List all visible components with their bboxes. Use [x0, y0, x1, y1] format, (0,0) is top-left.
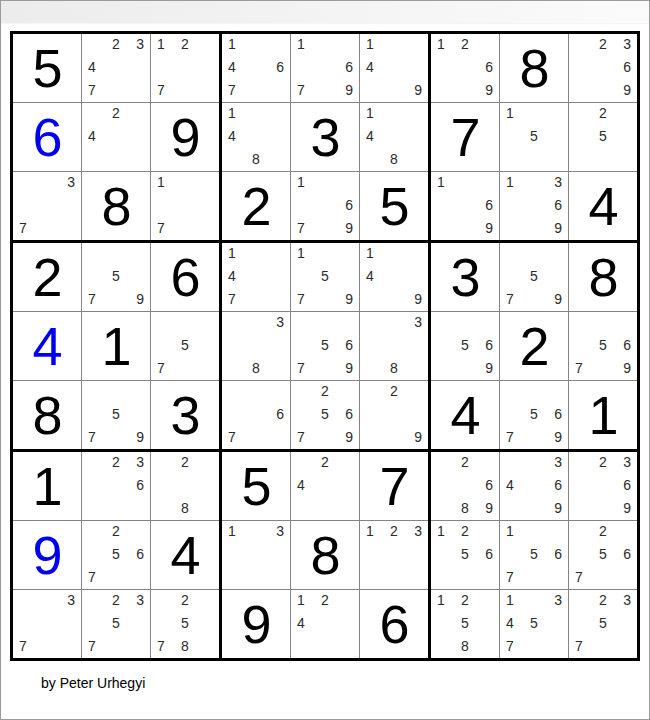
candidate-3: 3 [67, 593, 75, 607]
cell-candidates: 1258 [437, 593, 493, 653]
candidate-7: 7 [228, 83, 236, 97]
candidate-9: 9 [485, 361, 493, 375]
cell-r5c5[interactable]: 5679 [291, 312, 359, 380]
cell-r4c3[interactable]: 6 [151, 243, 219, 311]
candidate-7: 7 [157, 83, 165, 97]
cell-candidates: 148 [366, 106, 422, 166]
candidate-4: 4 [228, 129, 236, 143]
candidate-4: 4 [88, 129, 96, 143]
candidate-9: 9 [554, 430, 562, 444]
candidate-5: 5 [112, 269, 120, 283]
cell-candidates: 2567 [88, 524, 144, 584]
candidate-8: 8 [461, 639, 469, 653]
candidate-6: 6 [623, 338, 631, 352]
cell-r1c8[interactable]: 8 [500, 34, 568, 102]
candidate-8: 8 [252, 361, 260, 375]
cell-r9c5[interactable]: 124 [291, 590, 359, 658]
candidate-9: 9 [345, 292, 353, 306]
cell-r3c1[interactable]: 37 [13, 172, 81, 240]
cell-r2c1[interactable]: 6 [13, 103, 81, 171]
cell-r2c3[interactable]: 9 [151, 103, 219, 171]
cell-r1c4[interactable]: 1467 [222, 34, 290, 102]
candidate-9: 9 [345, 83, 353, 97]
cell-r3c4[interactable]: 2 [222, 172, 290, 240]
cell-candidates: 13 [228, 524, 284, 584]
cell-r1c9[interactable]: 2369 [569, 34, 637, 102]
candidate-2: 2 [599, 37, 607, 51]
cell-value-given: 9 [241, 597, 270, 651]
candidate-2: 2 [461, 455, 469, 469]
candidate-2: 2 [390, 384, 398, 398]
candidate-5: 5 [112, 547, 120, 561]
cell-value-given: 5 [379, 179, 408, 233]
candidate-5: 5 [461, 616, 469, 630]
candidate-3: 3 [136, 455, 144, 469]
candidate-1: 1 [437, 524, 445, 538]
candidate-9: 9 [345, 361, 353, 375]
candidate-9: 9 [136, 292, 144, 306]
cell-r2c7[interactable]: 7 [431, 103, 499, 171]
candidate-1: 1 [297, 175, 305, 189]
candidate-1: 1 [506, 175, 514, 189]
candidate-3: 3 [136, 37, 144, 51]
cell-candidates: 17 [157, 175, 213, 235]
cell-value-given: 1 [588, 388, 617, 442]
cell-value-given: 6 [170, 250, 199, 304]
candidate-9: 9 [623, 501, 631, 515]
cell-r1c1[interactable]: 5 [13, 34, 81, 102]
candidate-7: 7 [575, 570, 583, 584]
candidate-5: 5 [530, 129, 538, 143]
cell-r8c1[interactable]: 9 [13, 521, 81, 589]
candidate-5: 5 [321, 338, 329, 352]
cell-candidates: 147 [228, 246, 284, 306]
candidate-3: 3 [554, 455, 562, 469]
cell-candidates: 124 [297, 593, 353, 653]
cell-r3c8[interactable]: 1369 [500, 172, 568, 240]
candidate-1: 1 [157, 37, 165, 51]
candidate-8: 8 [181, 501, 189, 515]
cell-candidates: 579 [88, 384, 144, 444]
candidate-5: 5 [112, 616, 120, 630]
candidate-6: 6 [485, 547, 493, 561]
cell-r9c1[interactable]: 37 [13, 590, 81, 658]
cell-r5c9[interactable]: 5679 [569, 312, 637, 380]
cell-candidates: 1369 [506, 175, 562, 235]
sudoku-board: 5234712762493781714671679149148314821679… [10, 31, 640, 661]
cell-candidates: 149 [366, 246, 422, 306]
candidate-4: 4 [506, 478, 514, 492]
candidate-7: 7 [506, 430, 514, 444]
cell-r6c5[interactable]: 25679 [291, 381, 359, 449]
box-6: 3579856925679456791 [431, 243, 637, 449]
candidate-5: 5 [321, 269, 329, 283]
candidate-1: 1 [228, 106, 236, 120]
candidate-3: 3 [67, 175, 75, 189]
candidate-9: 9 [414, 430, 422, 444]
cell-r8c8[interactable]: 1567 [500, 521, 568, 589]
candidate-6: 6 [554, 198, 562, 212]
candidate-5: 5 [321, 407, 329, 421]
box-2: 146716791491483148216795 [222, 34, 428, 240]
candidate-9: 9 [136, 430, 144, 444]
candidate-6: 6 [345, 338, 353, 352]
cell-r2c9[interactable]: 25 [569, 103, 637, 171]
candidate-8: 8 [390, 361, 398, 375]
candidate-7: 7 [228, 430, 236, 444]
candidate-7: 7 [157, 221, 165, 235]
cell-r9c8[interactable]: 13457 [500, 590, 568, 658]
candidate-7: 7 [297, 83, 305, 97]
cell-r4c6[interactable]: 149 [360, 243, 428, 311]
candidate-7: 7 [297, 361, 305, 375]
cell-r8c2[interactable]: 2567 [82, 521, 150, 589]
cell-r9c6[interactable]: 6 [360, 590, 428, 658]
candidate-7: 7 [88, 83, 96, 97]
cell-r5c4[interactable]: 38 [222, 312, 290, 380]
candidate-6: 6 [276, 60, 284, 74]
candidate-2: 2 [599, 106, 607, 120]
cell-r4c5[interactable]: 1579 [291, 243, 359, 311]
candidate-5: 5 [599, 338, 607, 352]
candidate-1: 1 [297, 246, 305, 260]
candidate-1: 1 [297, 593, 305, 607]
cell-r8c5[interactable]: 8 [291, 521, 359, 589]
cell-r9c3[interactable]: 2578 [151, 590, 219, 658]
cell-r2c4[interactable]: 148 [222, 103, 290, 171]
cell-r9c7[interactable]: 1258 [431, 590, 499, 658]
cell-r3c2[interactable]: 8 [82, 172, 150, 240]
cell-candidates: 123 [366, 524, 422, 584]
cell-candidates: 148 [228, 106, 284, 166]
candidate-8: 8 [390, 152, 398, 166]
cell-r7c7[interactable]: 2689 [431, 452, 499, 520]
cell-r1c6[interactable]: 149 [360, 34, 428, 102]
candidate-5: 5 [530, 407, 538, 421]
cell-r8c7[interactable]: 1256 [431, 521, 499, 589]
candidate-7: 7 [575, 639, 583, 653]
cell-r3c6[interactable]: 5 [360, 172, 428, 240]
cell-r7c4[interactable]: 5 [222, 452, 290, 520]
candidate-7: 7 [88, 430, 96, 444]
cell-candidates: 569 [437, 315, 493, 375]
cell-r8c4[interactable]: 13 [222, 521, 290, 589]
candidate-1: 1 [366, 246, 374, 260]
cell-value-given: 2 [32, 250, 61, 304]
cell-r9c2[interactable]: 2357 [82, 590, 150, 658]
cell-r2c6[interactable]: 148 [360, 103, 428, 171]
candidate-1: 1 [506, 106, 514, 120]
candidate-6: 6 [623, 60, 631, 74]
candidate-4: 4 [228, 60, 236, 74]
candidate-6: 6 [136, 547, 144, 561]
candidate-3: 3 [623, 37, 631, 51]
cell-value-given: 3 [450, 250, 479, 304]
candidate-6: 6 [485, 478, 493, 492]
candidate-7: 7 [88, 570, 96, 584]
candidate-2: 2 [599, 593, 607, 607]
cell-r7c1[interactable]: 1 [13, 452, 81, 520]
candidate-5: 5 [461, 547, 469, 561]
cell-candidates: 25679 [297, 384, 353, 444]
candidate-7: 7 [157, 639, 165, 653]
candidate-9: 9 [623, 361, 631, 375]
cell-r2c5[interactable]: 3 [291, 103, 359, 171]
cell-value-given: 9 [170, 110, 199, 164]
cell-r1c7[interactable]: 1269 [431, 34, 499, 102]
cell-candidates: 579 [506, 246, 562, 306]
candidate-2: 2 [461, 593, 469, 607]
candidate-3: 3 [276, 315, 284, 329]
cell-candidates: 5679 [297, 315, 353, 375]
cell-r4c7[interactable]: 3 [431, 243, 499, 311]
cell-candidates: 57 [157, 315, 213, 375]
candidate-9: 9 [414, 83, 422, 97]
cell-r4c1[interactable]: 2 [13, 243, 81, 311]
candidate-6: 6 [345, 60, 353, 74]
cell-r5c3[interactable]: 57 [151, 312, 219, 380]
cell-candidates: 15 [506, 106, 562, 166]
cell-candidates: 5679 [506, 384, 562, 444]
candidate-7: 7 [575, 361, 583, 375]
candidate-1: 1 [366, 524, 374, 538]
cell-value-given: 4 [170, 528, 199, 582]
candidate-6: 6 [485, 338, 493, 352]
cell-candidates: 67 [228, 384, 284, 444]
cell-candidates: 579 [88, 246, 144, 306]
candidate-5: 5 [181, 616, 189, 630]
cell-value-given: 6 [379, 597, 408, 651]
candidate-7: 7 [19, 221, 27, 235]
cell-value-entered: 6 [32, 110, 61, 164]
candidate-5: 5 [530, 616, 538, 630]
candidate-6: 6 [554, 547, 562, 561]
cell-r4c8[interactable]: 579 [500, 243, 568, 311]
cell-r5c7[interactable]: 569 [431, 312, 499, 380]
cell-value-given: 8 [32, 388, 61, 442]
candidate-5: 5 [461, 338, 469, 352]
cell-candidates: 5679 [575, 315, 631, 375]
cell-candidates: 25 [575, 106, 631, 166]
candidate-8: 8 [461, 501, 469, 515]
candidate-2: 2 [112, 524, 120, 538]
cell-r6c9[interactable]: 1 [569, 381, 637, 449]
candidate-9: 9 [554, 292, 562, 306]
candidate-9: 9 [554, 221, 562, 235]
cell-r8c6[interactable]: 123 [360, 521, 428, 589]
cell-r3c5[interactable]: 1679 [291, 172, 359, 240]
cell-r3c3[interactable]: 17 [151, 172, 219, 240]
cell-candidates: 149 [366, 37, 422, 97]
cell-r8c3[interactable]: 4 [151, 521, 219, 589]
cell-r2c2[interactable]: 24 [82, 103, 150, 171]
cell-candidates: 24 [297, 455, 353, 515]
box-7: 1236289256743723572578 [13, 452, 219, 658]
candidate-4: 4 [88, 60, 96, 74]
candidate-3: 3 [136, 593, 144, 607]
cell-candidates: 127 [157, 37, 213, 97]
cell-candidates: 24 [88, 106, 144, 166]
candidate-2: 2 [181, 37, 189, 51]
candidate-6: 6 [554, 407, 562, 421]
cell-r2c8[interactable]: 15 [500, 103, 568, 171]
cell-r4c9[interactable]: 8 [569, 243, 637, 311]
cell-candidates: 2347 [88, 37, 144, 97]
candidate-1: 1 [228, 246, 236, 260]
cell-r6c6[interactable]: 29 [360, 381, 428, 449]
candidate-4: 4 [297, 616, 305, 630]
candidate-4: 4 [366, 269, 374, 283]
cell-r7c9[interactable]: 2369 [569, 452, 637, 520]
box-4: 25796415785793 [13, 243, 219, 449]
candidate-3: 3 [623, 455, 631, 469]
cell-candidates: 37 [19, 175, 75, 235]
candidate-2: 2 [599, 524, 607, 538]
cell-candidates: 13457 [506, 593, 562, 653]
candidate-6: 6 [276, 407, 284, 421]
candidate-1: 1 [366, 37, 374, 51]
candidate-1: 1 [228, 37, 236, 51]
cell-value-given: 5 [32, 41, 61, 95]
cell-candidates: 2357 [88, 593, 144, 653]
cell-r1c3[interactable]: 127 [151, 34, 219, 102]
candidate-4: 4 [506, 616, 514, 630]
cell-candidates: 2357 [575, 593, 631, 653]
candidate-2: 2 [599, 455, 607, 469]
candidate-6: 6 [554, 478, 562, 492]
cell-candidates: 38 [366, 315, 422, 375]
cell-candidates: 1467 [228, 37, 284, 97]
candidate-6: 6 [485, 198, 493, 212]
cell-value-given: 7 [450, 110, 479, 164]
candidate-1: 1 [228, 524, 236, 538]
cell-candidates: 1679 [297, 37, 353, 97]
cell-r6c4[interactable]: 67 [222, 381, 290, 449]
candidate-5: 5 [599, 547, 607, 561]
cell-candidates: 169 [437, 175, 493, 235]
cell-candidates: 2369 [575, 455, 631, 515]
cell-r1c5[interactable]: 1679 [291, 34, 359, 102]
candidate-7: 7 [88, 292, 96, 306]
candidate-1: 1 [366, 106, 374, 120]
candidate-7: 7 [88, 639, 96, 653]
candidate-9: 9 [485, 83, 493, 97]
candidate-1: 1 [506, 524, 514, 538]
candidate-5: 5 [530, 269, 538, 283]
candidate-5: 5 [599, 616, 607, 630]
candidate-4: 4 [366, 60, 374, 74]
candidate-9: 9 [345, 221, 353, 235]
candidate-7: 7 [506, 292, 514, 306]
candidate-7: 7 [157, 361, 165, 375]
candidate-7: 7 [506, 639, 514, 653]
cell-r8c9[interactable]: 2567 [569, 521, 637, 589]
candidate-5: 5 [181, 338, 189, 352]
candidate-2: 2 [461, 37, 469, 51]
cell-r5c8[interactable]: 2 [500, 312, 568, 380]
cell-candidates: 1256 [437, 524, 493, 584]
candidate-6: 6 [345, 198, 353, 212]
box-9: 2689346923691256156725671258134572357 [431, 452, 637, 658]
cell-candidates: 2689 [437, 455, 493, 515]
candidate-2: 2 [181, 593, 189, 607]
candidate-1: 1 [297, 37, 305, 51]
cell-r7c2[interactable]: 236 [82, 452, 150, 520]
candidate-3: 3 [554, 175, 562, 189]
cell-r5c6[interactable]: 38 [360, 312, 428, 380]
candidate-5: 5 [599, 129, 607, 143]
candidate-5: 5 [530, 547, 538, 561]
candidate-7: 7 [228, 292, 236, 306]
cell-r4c2[interactable]: 579 [82, 243, 150, 311]
cell-value-given: 4 [450, 388, 479, 442]
candidate-2: 2 [321, 593, 329, 607]
candidate-3: 3 [623, 593, 631, 607]
box-3: 1269823697152516913694 [431, 34, 637, 240]
candidate-3: 3 [276, 524, 284, 538]
author-credit: by Peter Urhegyi [41, 675, 145, 691]
cell-r6c7[interactable]: 4 [431, 381, 499, 449]
cell-candidates: 1679 [297, 175, 353, 235]
cell-candidates: 37 [19, 593, 75, 653]
cell-r6c3[interactable]: 3 [151, 381, 219, 449]
cell-candidates: 2369 [575, 37, 631, 97]
candidate-5: 5 [112, 407, 120, 421]
candidate-2: 2 [321, 455, 329, 469]
candidate-8: 8 [252, 152, 260, 166]
cell-r6c8[interactable]: 5679 [500, 381, 568, 449]
cell-candidates: 3469 [506, 455, 562, 515]
candidate-7: 7 [19, 639, 27, 653]
candidate-7: 7 [297, 430, 305, 444]
candidate-4: 4 [228, 269, 236, 283]
cell-r6c2[interactable]: 579 [82, 381, 150, 449]
candidate-1: 1 [506, 593, 514, 607]
cell-r3c9[interactable]: 4 [569, 172, 637, 240]
cell-value-given: 2 [241, 179, 270, 233]
cell-r9c9[interactable]: 2357 [569, 590, 637, 658]
cell-r5c2[interactable]: 1 [82, 312, 150, 380]
cell-r1c2[interactable]: 2347 [82, 34, 150, 102]
cell-value-given: 8 [519, 41, 548, 95]
cell-r7c3[interactable]: 28 [151, 452, 219, 520]
candidate-3: 3 [414, 524, 422, 538]
cell-r4c4[interactable]: 147 [222, 243, 290, 311]
cell-r7c5[interactable]: 24 [291, 452, 359, 520]
candidate-1: 1 [437, 37, 445, 51]
sudoku-page: 5234712762493781714671679149148314821679… [0, 0, 650, 720]
candidate-9: 9 [414, 292, 422, 306]
cell-value-given: 8 [588, 250, 617, 304]
candidate-9: 9 [623, 83, 631, 97]
candidate-7: 7 [297, 292, 305, 306]
cell-candidates: 29 [366, 384, 422, 444]
cell-value-given: 4 [588, 179, 617, 233]
candidate-9: 9 [485, 221, 493, 235]
cell-r3c7[interactable]: 169 [431, 172, 499, 240]
cell-r7c6[interactable]: 7 [360, 452, 428, 520]
cell-r7c8[interactable]: 3469 [500, 452, 568, 520]
candidate-1: 1 [437, 175, 445, 189]
cell-value-entered: 9 [32, 528, 61, 582]
candidate-2: 2 [181, 455, 189, 469]
candidate-2: 2 [112, 37, 120, 51]
cell-r9c4[interactable]: 9 [222, 590, 290, 658]
cell-r6c1[interactable]: 8 [13, 381, 81, 449]
cell-r5c1[interactable]: 4 [13, 312, 81, 380]
candidate-7: 7 [506, 570, 514, 584]
candidate-6: 6 [345, 407, 353, 421]
